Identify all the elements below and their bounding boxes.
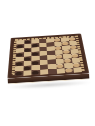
square-a3: ● — [15, 61, 23, 66]
square-b2: ● — [23, 65, 31, 70]
dark-checker-icon: ● — [15, 71, 23, 76]
light-checker-icon: ● — [72, 62, 80, 67]
board-product-photo[interactable]: ●●●●●●●●●●●●●●●●●●●●●●●● — [0, 0, 95, 126]
square-c5: ● — [31, 51, 39, 56]
square-f6: ● — [54, 46, 62, 51]
board-frame: ●●●●●●●●●●●●●●●●●●●●●●●● — [7, 34, 89, 79]
checkers-board: ●●●●●●●●●●●●●●●●●●●●●●●● — [7, 34, 89, 79]
square-f8: ● — [53, 38, 61, 42]
dark-checker-icon: ● — [24, 47, 31, 52]
dark-checker-icon: ● — [24, 56, 31, 61]
board-tilt-wrapper: ●●●●●●●●●●●●●●●●●●●●●●●● — [2, 0, 90, 98]
square-b6: ● — [24, 48, 32, 53]
light-checker-icon: ● — [64, 58, 72, 63]
dark-checker-icon: ● — [16, 44, 23, 49]
dark-checker-icon: ● — [32, 70, 40, 75]
light-checker-icon: ● — [71, 53, 79, 58]
light-checker-icon: ● — [70, 45, 78, 50]
dark-checker-icon: ● — [24, 39, 31, 43]
dark-checker-icon: ● — [16, 52, 23, 57]
light-checker-icon: ● — [65, 67, 73, 72]
square-h2: ● — [72, 62, 81, 67]
square-g5: ● — [62, 50, 70, 55]
square-h1 — [73, 67, 82, 72]
board-grid: ●●●●●●●●●●●●●●●●●●●●●●●● — [15, 37, 82, 74]
square-a1: ● — [15, 71, 24, 77]
square-f2: ● — [56, 63, 65, 68]
light-checker-icon: ● — [54, 46, 62, 51]
square-g1: ● — [64, 68, 73, 73]
square-g7: ● — [61, 41, 69, 46]
light-checker-icon: ● — [55, 54, 63, 59]
light-checker-icon: ● — [54, 38, 61, 42]
light-checker-icon: ● — [56, 63, 64, 68]
square-b8: ● — [24, 40, 31, 44]
light-checker-icon: ● — [63, 49, 71, 54]
light-checker-icon: ● — [62, 41, 70, 45]
dark-checker-icon: ● — [32, 43, 39, 47]
square-h6: ● — [69, 45, 77, 50]
light-checker-icon: ● — [68, 37, 76, 41]
square-h4: ● — [71, 53, 80, 58]
square-h8: ● — [68, 37, 76, 41]
square-c3: ● — [31, 60, 39, 65]
square-c7: ● — [31, 43, 39, 48]
square-c1: ● — [31, 70, 39, 76]
coordinate-strip: ●●●●●●●●●●●●●●●●●●●●●●●● — [12, 36, 85, 76]
square-a7: ● — [16, 44, 24, 49]
dark-checker-icon: ● — [32, 51, 39, 56]
square-g3: ● — [63, 58, 72, 63]
square-b4: ● — [23, 56, 31, 61]
square-b1 — [23, 70, 31, 76]
square-f4: ● — [55, 54, 63, 59]
square-d1 — [40, 69, 49, 75]
dark-checker-icon: ● — [32, 60, 40, 65]
square-a5: ● — [16, 52, 24, 57]
dark-checker-icon: ● — [23, 65, 31, 70]
dark-checker-icon: ● — [15, 61, 23, 66]
